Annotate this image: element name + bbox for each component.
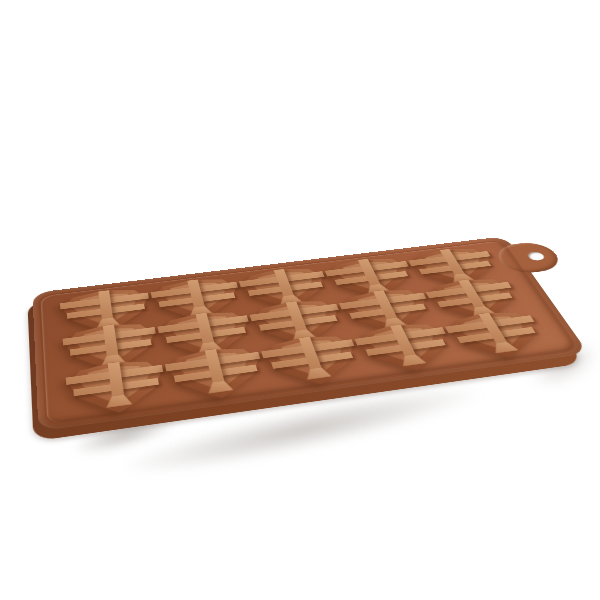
- mold-cavity: [442, 307, 553, 365]
- mold-cavity: [165, 342, 268, 405]
- hanging-tab: [491, 240, 567, 275]
- mold-cavity: [67, 355, 168, 420]
- product-photo-canvas: [0, 0, 600, 600]
- hanging-hole: [526, 251, 547, 261]
- chocolate-mold-tray: [32, 236, 588, 431]
- mold-cavity: [260, 330, 366, 391]
